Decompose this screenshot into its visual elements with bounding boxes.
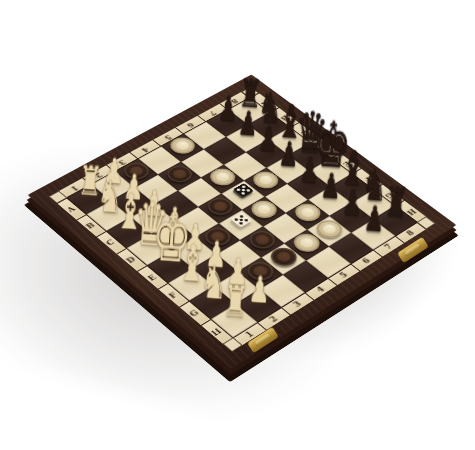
- piece-black-rook[interactable]: ♜: [383, 182, 410, 224]
- piece-black-pawn[interactable]: ♟: [237, 106, 259, 141]
- piece-black-pawn[interactable]: ♟: [362, 201, 385, 237]
- board-stage: ABCDEFGH8♜♞♝♛♚♝♞♜87♟♟♟♟♟♟♟♟7665544332♟♟♟…: [79, 48, 403, 372]
- file-label-d-near: D: [125, 256, 137, 265]
- file-label-h-near: H: [210, 327, 223, 337]
- rank-label-8-right: 8: [405, 229, 416, 237]
- rank-label-7-left: 7: [207, 109, 217, 116]
- chess-set-photo: ABCDEFGH8♜♞♝♛♚♝♞♜87♟♟♟♟♟♟♟♟7665544332♟♟♟…: [0, 0, 475, 450]
- file-label-e-near: E: [146, 273, 158, 281]
- rank-label-4-left: 4: [139, 146, 149, 153]
- rank-label-3-right: 3: [292, 300, 303, 308]
- die-black[interactable]: [232, 183, 253, 197]
- piece-black-pawn[interactable]: ♟: [217, 91, 239, 125]
- piece-black-pawn[interactable]: ♟: [298, 152, 320, 188]
- board-grid: ABCDEFGH8♜♞♝♛♚♝♞♜87♟♟♟♟♟♟♟♟7665544332♟♟♟…: [48, 87, 435, 352]
- rank-label-6-right: 6: [361, 257, 372, 265]
- piece-black-pawn[interactable]: ♟: [340, 184, 363, 220]
- rank-label-2-right: 2: [268, 315, 279, 323]
- rank-label-5-left: 5: [162, 133, 172, 140]
- rank-label-4-right: 4: [315, 285, 326, 293]
- file-label-c-near: C: [105, 239, 117, 247]
- file-label-a-near: A: [66, 205, 77, 213]
- piece-white-pawn[interactable]: ♟: [247, 271, 271, 309]
- piece-black-pawn[interactable]: ♟: [277, 137, 299, 172]
- file-label-b-near: B: [85, 222, 97, 230]
- rank-label-5-right: 5: [338, 271, 349, 279]
- piece-black-pawn[interactable]: ♟: [319, 168, 342, 204]
- file-label-g-near: G: [188, 309, 200, 318]
- piece-black-pawn[interactable]: ♟: [257, 121, 279, 156]
- rank-label-1-right: 1: [244, 330, 255, 338]
- rank-label-6-left: 6: [185, 121, 195, 128]
- rank-label-7-right: 7: [383, 243, 394, 251]
- file-label-f-near: F: [167, 291, 178, 299]
- piece-white-rook[interactable]: ♜: [221, 279, 249, 324]
